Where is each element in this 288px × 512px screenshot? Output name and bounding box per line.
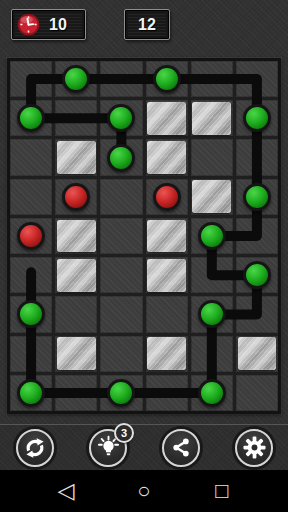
drawn-path [10,61,278,411]
refresh-icon [23,436,47,460]
moves-value: 12 [138,16,156,34]
hint-button[interactable]: 3 [89,429,127,467]
nav-recents-icon[interactable]: □ [209,470,235,512]
puzzle-board[interactable] [7,58,281,414]
share-button[interactable] [162,429,200,467]
toolbar: 3 [0,424,288,470]
clock-icon [17,13,40,36]
android-nav-bar: ◁ ○ □ [0,470,288,512]
share-icon [170,436,193,459]
timer-value: 10 [49,16,67,34]
gear-icon [242,435,267,460]
app-screen: 10 12 [0,0,288,512]
nav-back-icon[interactable]: ◁ [53,470,79,512]
nav-home-icon[interactable]: ○ [131,470,157,512]
timer-plaque: 10 [11,9,86,40]
hint-count-badge: 3 [114,423,134,443]
settings-button[interactable] [235,429,273,467]
moves-plaque: 12 [124,9,170,40]
restart-button[interactable] [16,429,54,467]
